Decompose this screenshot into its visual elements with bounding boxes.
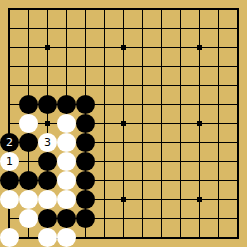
board-intersection[interactable]: [38, 114, 57, 133]
board-intersection[interactable]: [76, 171, 95, 190]
board-intersection[interactable]: [228, 209, 247, 228]
board-intersection[interactable]: [0, 38, 19, 57]
board-intersection[interactable]: [133, 114, 152, 133]
board-intersection[interactable]: [209, 19, 228, 38]
board-intersection[interactable]: [190, 152, 209, 171]
board-intersection[interactable]: [57, 76, 76, 95]
board-intersection[interactable]: [228, 190, 247, 209]
board-intersection[interactable]: 3: [38, 133, 57, 152]
board-intersection[interactable]: [152, 57, 171, 76]
board-intersection[interactable]: [133, 133, 152, 152]
board-intersection[interactable]: [19, 57, 38, 76]
board-intersection[interactable]: [76, 95, 95, 114]
move-number-label: 3: [44, 137, 51, 148]
board-intersection[interactable]: [190, 171, 209, 190]
black-stone: [57, 95, 76, 114]
board-intersection[interactable]: [114, 114, 133, 133]
board-intersection[interactable]: [95, 0, 114, 19]
board-intersection[interactable]: [228, 19, 247, 38]
white-stone: [57, 228, 76, 247]
black-stone: 2: [0, 133, 19, 152]
board-intersection[interactable]: [171, 190, 190, 209]
board-intersection[interactable]: [171, 228, 190, 247]
goban: 231: [0, 0, 247, 247]
board-intersection[interactable]: [0, 190, 19, 209]
board-intersection[interactable]: [95, 95, 114, 114]
board-intersection[interactable]: [19, 95, 38, 114]
board-intersection[interactable]: [190, 38, 209, 57]
board-intersection[interactable]: [19, 152, 38, 171]
board-intersection[interactable]: [152, 133, 171, 152]
board-intersection[interactable]: [38, 209, 57, 228]
board-intersection[interactable]: [152, 76, 171, 95]
board-intersection[interactable]: [95, 57, 114, 76]
board-intersection[interactable]: 1: [0, 152, 19, 171]
board-intersection[interactable]: [190, 57, 209, 76]
board-intersection[interactable]: [76, 114, 95, 133]
black-stone: [76, 95, 95, 114]
board-intersection[interactable]: [76, 228, 95, 247]
white-stone: [57, 133, 76, 152]
board-intersection[interactable]: [57, 38, 76, 57]
board-intersection[interactable]: [228, 171, 247, 190]
board-intersection[interactable]: [0, 76, 19, 95]
board-intersection[interactable]: [152, 228, 171, 247]
white-stone: 3: [38, 133, 57, 152]
board-intersection[interactable]: [95, 133, 114, 152]
white-stone: [38, 228, 57, 247]
board-intersection[interactable]: [0, 0, 19, 19]
board-intersection[interactable]: [95, 190, 114, 209]
board-intersection[interactable]: [209, 76, 228, 95]
board-intersection[interactable]: [152, 114, 171, 133]
board-intersection[interactable]: [209, 228, 228, 247]
board-intersection[interactable]: [95, 152, 114, 171]
board-intersection[interactable]: [133, 19, 152, 38]
board-intersection[interactable]: [0, 171, 19, 190]
board-intersection[interactable]: [152, 19, 171, 38]
board-intersection[interactable]: [38, 0, 57, 19]
move-number-label: 2: [6, 137, 13, 148]
board-intersection[interactable]: [190, 228, 209, 247]
board-intersection[interactable]: [114, 133, 133, 152]
board-intersection[interactable]: [19, 133, 38, 152]
board-intersection[interactable]: [133, 0, 152, 19]
black-stone: [57, 209, 76, 228]
white-stone: [19, 114, 38, 133]
black-stone: [76, 171, 95, 190]
black-stone: [19, 171, 38, 190]
board-intersection[interactable]: [19, 0, 38, 19]
board-intersection[interactable]: [38, 190, 57, 209]
board-intersection[interactable]: [209, 152, 228, 171]
board-intersection[interactable]: [95, 209, 114, 228]
board-intersection[interactable]: [209, 38, 228, 57]
black-stone: [38, 171, 57, 190]
board-intersection[interactable]: [190, 95, 209, 114]
board-intersection[interactable]: [57, 190, 76, 209]
board-intersection[interactable]: [133, 95, 152, 114]
white-stone: [57, 152, 76, 171]
board-intersection[interactable]: [133, 76, 152, 95]
board-intersection[interactable]: [152, 171, 171, 190]
board-intersection[interactable]: [76, 19, 95, 38]
board-intersection[interactable]: [228, 95, 247, 114]
board-intersection[interactable]: [57, 152, 76, 171]
black-stone: [38, 95, 57, 114]
board-intersection[interactable]: [190, 76, 209, 95]
white-stone: [57, 190, 76, 209]
board-intersection[interactable]: [95, 76, 114, 95]
black-stone: [76, 133, 95, 152]
board-intersection[interactable]: [38, 171, 57, 190]
board-intersection[interactable]: [95, 19, 114, 38]
board-intersection[interactable]: [171, 57, 190, 76]
white-stone: [57, 171, 76, 190]
black-stone: [38, 209, 57, 228]
board-intersection[interactable]: [57, 133, 76, 152]
board-intersection[interactable]: [190, 133, 209, 152]
black-stone: [19, 133, 38, 152]
board-intersection[interactable]: [114, 19, 133, 38]
board-intersection[interactable]: [0, 114, 19, 133]
board-intersection[interactable]: [114, 228, 133, 247]
board-intersection[interactable]: [171, 38, 190, 57]
board-intersection[interactable]: [209, 209, 228, 228]
board-intersection[interactable]: [228, 76, 247, 95]
board-intersection[interactable]: [0, 95, 19, 114]
board-intersection[interactable]: [171, 114, 190, 133]
board-intersection[interactable]: [57, 114, 76, 133]
board-intersection[interactable]: [190, 19, 209, 38]
board-intersection[interactable]: [57, 228, 76, 247]
board-intersection[interactable]: [76, 0, 95, 19]
board-intersection[interactable]: [114, 190, 133, 209]
black-stone: [76, 209, 95, 228]
board-intersection[interactable]: [38, 152, 57, 171]
white-stone: [0, 228, 19, 247]
board-intersection[interactable]: [57, 95, 76, 114]
board-intersection[interactable]: [171, 76, 190, 95]
board-intersection[interactable]: [57, 171, 76, 190]
board-intersection[interactable]: [171, 95, 190, 114]
board-intersection[interactable]: [95, 171, 114, 190]
board-intersection[interactable]: [228, 57, 247, 76]
board-intersection[interactable]: [19, 209, 38, 228]
board-intersection[interactable]: [228, 228, 247, 247]
board-intersection[interactable]: [76, 209, 95, 228]
board-intersection[interactable]: [19, 76, 38, 95]
board-intersection[interactable]: [152, 152, 171, 171]
board-intersection[interactable]: [57, 209, 76, 228]
board-intersection[interactable]: [95, 228, 114, 247]
board-intersection[interactable]: [57, 57, 76, 76]
board-intersection[interactable]: [152, 0, 171, 19]
board-intersection[interactable]: [76, 76, 95, 95]
board-intersection[interactable]: [190, 190, 209, 209]
board-intersection[interactable]: [19, 114, 38, 133]
board-intersection[interactable]: [0, 209, 19, 228]
board-intersection[interactable]: [209, 114, 228, 133]
board-intersection[interactable]: [209, 133, 228, 152]
board-intersection[interactable]: [152, 38, 171, 57]
board-intersection[interactable]: [209, 171, 228, 190]
board-intersection[interactable]: [114, 209, 133, 228]
board-intersection[interactable]: [38, 95, 57, 114]
board-grid: 231: [0, 0, 247, 247]
board-intersection[interactable]: [209, 95, 228, 114]
board-intersection[interactable]: [228, 152, 247, 171]
black-stone: [76, 114, 95, 133]
board-intersection[interactable]: [57, 0, 76, 19]
board-intersection[interactable]: [133, 209, 152, 228]
board-intersection[interactable]: [152, 190, 171, 209]
board-intersection[interactable]: [133, 57, 152, 76]
board-intersection[interactable]: [76, 133, 95, 152]
board-intersection[interactable]: [190, 114, 209, 133]
white-stone: [19, 190, 38, 209]
white-stone: [0, 190, 19, 209]
white-stone: [38, 190, 57, 209]
move-number-label: 1: [6, 156, 13, 167]
board-intersection[interactable]: [228, 38, 247, 57]
board-intersection[interactable]: [114, 57, 133, 76]
board-intersection[interactable]: [114, 171, 133, 190]
board-intersection[interactable]: 2: [0, 133, 19, 152]
board-intersection[interactable]: [171, 152, 190, 171]
board-intersection[interactable]: [171, 209, 190, 228]
board-intersection[interactable]: [133, 228, 152, 247]
board-intersection[interactable]: [38, 57, 57, 76]
board-intersection[interactable]: [0, 57, 19, 76]
black-stone: [0, 171, 19, 190]
board-intersection[interactable]: [171, 0, 190, 19]
board-intersection[interactable]: [114, 38, 133, 57]
board-intersection[interactable]: [38, 19, 57, 38]
black-stone: [76, 152, 95, 171]
board-intersection[interactable]: [209, 57, 228, 76]
board-intersection[interactable]: [76, 57, 95, 76]
board-intersection[interactable]: [152, 209, 171, 228]
black-stone: [38, 152, 57, 171]
board-intersection[interactable]: [228, 0, 247, 19]
board-intersection[interactable]: [38, 76, 57, 95]
black-stone: [19, 95, 38, 114]
board-intersection[interactable]: [209, 190, 228, 209]
board-intersection[interactable]: [76, 152, 95, 171]
board-intersection[interactable]: [171, 171, 190, 190]
board-intersection[interactable]: [76, 190, 95, 209]
board-intersection[interactable]: [228, 133, 247, 152]
board-intersection[interactable]: [171, 133, 190, 152]
board-intersection[interactable]: [19, 19, 38, 38]
white-stone: 1: [0, 152, 19, 171]
board-intersection[interactable]: [0, 19, 19, 38]
board-intersection[interactable]: [19, 190, 38, 209]
board-intersection[interactable]: [228, 114, 247, 133]
board-intersection[interactable]: [0, 228, 19, 247]
board-intersection[interactable]: [209, 0, 228, 19]
white-stone: [19, 209, 38, 228]
board-intersection[interactable]: [114, 0, 133, 19]
board-intersection[interactable]: [133, 38, 152, 57]
board-intersection[interactable]: [76, 38, 95, 57]
black-stone: [76, 190, 95, 209]
board-intersection[interactable]: [114, 76, 133, 95]
board-intersection[interactable]: [19, 228, 38, 247]
board-intersection[interactable]: [114, 152, 133, 171]
board-intersection[interactable]: [38, 228, 57, 247]
board-intersection[interactable]: [133, 190, 152, 209]
board-intersection[interactable]: [19, 38, 38, 57]
board-intersection[interactable]: [152, 95, 171, 114]
board-intersection[interactable]: [190, 0, 209, 19]
board-intersection[interactable]: [133, 152, 152, 171]
board-intersection[interactable]: [95, 114, 114, 133]
board-intersection[interactable]: [57, 19, 76, 38]
board-intersection[interactable]: [190, 209, 209, 228]
white-stone: [57, 114, 76, 133]
board-intersection[interactable]: [95, 38, 114, 57]
board-intersection[interactable]: [19, 171, 38, 190]
board-intersection[interactable]: [38, 38, 57, 57]
board-intersection[interactable]: [171, 19, 190, 38]
board-intersection[interactable]: [133, 171, 152, 190]
board-intersection[interactable]: [114, 95, 133, 114]
